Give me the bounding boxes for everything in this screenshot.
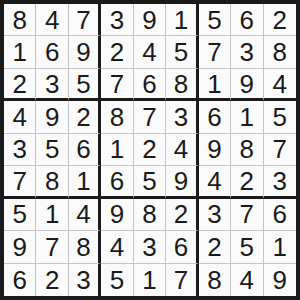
- sudoku-cell-r6c1[interactable]: 7: [4, 166, 36, 198]
- sudoku-cell-r1c6[interactable]: 1: [166, 4, 198, 36]
- sudoku-cell-r3c8[interactable]: 9: [231, 69, 263, 101]
- sudoku-board: 8473915621692457382357681944928736153561…: [0, 0, 300, 300]
- sudoku-cell-r1c9[interactable]: 2: [264, 4, 296, 36]
- sudoku-cell-r8c1[interactable]: 9: [4, 231, 36, 263]
- sudoku-cell-r7c9[interactable]: 6: [264, 199, 296, 231]
- sudoku-cell-r2c6[interactable]: 5: [166, 36, 198, 68]
- sudoku-cell-r9c3[interactable]: 3: [69, 264, 101, 296]
- sudoku-cell-r8c3[interactable]: 8: [69, 231, 101, 263]
- sudoku-cell-r2c4[interactable]: 2: [101, 36, 133, 68]
- sudoku-cell-r3c2[interactable]: 3: [36, 69, 68, 101]
- sudoku-cell-r2c5[interactable]: 4: [134, 36, 166, 68]
- sudoku-cell-r6c3[interactable]: 1: [69, 166, 101, 198]
- sudoku-cell-r9c7[interactable]: 8: [199, 264, 231, 296]
- sudoku-cell-r8c7[interactable]: 2: [199, 231, 231, 263]
- sudoku-cell-r6c5[interactable]: 5: [134, 166, 166, 198]
- sudoku-cell-r7c1[interactable]: 5: [4, 199, 36, 231]
- sudoku-cell-r6c4[interactable]: 6: [101, 166, 133, 198]
- sudoku-cell-r4c3[interactable]: 2: [69, 101, 101, 133]
- sudoku-cell-r6c8[interactable]: 2: [231, 166, 263, 198]
- sudoku-cell-r5c7[interactable]: 9: [199, 134, 231, 166]
- sudoku-cell-r9c2[interactable]: 2: [36, 264, 68, 296]
- sudoku-cell-r2c3[interactable]: 9: [69, 36, 101, 68]
- sudoku-cell-r7c7[interactable]: 3: [199, 199, 231, 231]
- sudoku-cell-r1c3[interactable]: 7: [69, 4, 101, 36]
- sudoku-cell-r5c1[interactable]: 3: [4, 134, 36, 166]
- sudoku-cell-r9c8[interactable]: 4: [231, 264, 263, 296]
- sudoku-cell-r2c1[interactable]: 1: [4, 36, 36, 68]
- sudoku-cell-r1c2[interactable]: 4: [36, 4, 68, 36]
- sudoku-cell-r9c1[interactable]: 6: [4, 264, 36, 296]
- sudoku-cell-r9c5[interactable]: 1: [134, 264, 166, 296]
- sudoku-cell-r7c3[interactable]: 4: [69, 199, 101, 231]
- sudoku-cell-r1c7[interactable]: 5: [199, 4, 231, 36]
- sudoku-cell-r7c2[interactable]: 1: [36, 199, 68, 231]
- sudoku-cell-r1c4[interactable]: 3: [101, 4, 133, 36]
- sudoku-cell-r2c8[interactable]: 3: [231, 36, 263, 68]
- sudoku-cell-r5c2[interactable]: 5: [36, 134, 68, 166]
- sudoku-cell-r8c6[interactable]: 6: [166, 231, 198, 263]
- sudoku-cell-r5c5[interactable]: 2: [134, 134, 166, 166]
- sudoku-cell-r8c9[interactable]: 1: [264, 231, 296, 263]
- sudoku-cell-r8c8[interactable]: 5: [231, 231, 263, 263]
- sudoku-cell-r8c5[interactable]: 3: [134, 231, 166, 263]
- sudoku-cell-r4c7[interactable]: 6: [199, 101, 231, 133]
- sudoku-cell-r6c7[interactable]: 4: [199, 166, 231, 198]
- sudoku-cell-r3c9[interactable]: 4: [264, 69, 296, 101]
- sudoku-cell-r6c9[interactable]: 3: [264, 166, 296, 198]
- sudoku-cell-r5c8[interactable]: 8: [231, 134, 263, 166]
- sudoku-cell-r9c6[interactable]: 7: [166, 264, 198, 296]
- sudoku-cell-r8c2[interactable]: 7: [36, 231, 68, 263]
- sudoku-cell-r4c9[interactable]: 5: [264, 101, 296, 133]
- sudoku-cell-r3c1[interactable]: 2: [4, 69, 36, 101]
- sudoku-cell-r7c4[interactable]: 9: [101, 199, 133, 231]
- sudoku-cell-r9c4[interactable]: 5: [101, 264, 133, 296]
- sudoku-cell-r2c7[interactable]: 7: [199, 36, 231, 68]
- sudoku-cell-r7c8[interactable]: 7: [231, 199, 263, 231]
- sudoku-cell-r4c1[interactable]: 4: [4, 101, 36, 133]
- sudoku-cell-r4c6[interactable]: 3: [166, 101, 198, 133]
- sudoku-cell-r5c4[interactable]: 1: [101, 134, 133, 166]
- sudoku-cell-r1c5[interactable]: 9: [134, 4, 166, 36]
- sudoku-cell-r4c4[interactable]: 8: [101, 101, 133, 133]
- sudoku-cell-r3c3[interactable]: 5: [69, 69, 101, 101]
- sudoku-cell-r2c2[interactable]: 6: [36, 36, 68, 68]
- sudoku-cell-r6c2[interactable]: 8: [36, 166, 68, 198]
- sudoku-cell-r3c7[interactable]: 1: [199, 69, 231, 101]
- sudoku-cell-r4c8[interactable]: 1: [231, 101, 263, 133]
- sudoku-cell-r1c1[interactable]: 8: [4, 4, 36, 36]
- sudoku-cell-r5c3[interactable]: 6: [69, 134, 101, 166]
- sudoku-cell-r3c4[interactable]: 7: [101, 69, 133, 101]
- sudoku-cell-r9c9[interactable]: 9: [264, 264, 296, 296]
- sudoku-cell-r5c9[interactable]: 7: [264, 134, 296, 166]
- sudoku-cell-r7c6[interactable]: 2: [166, 199, 198, 231]
- sudoku-cell-r3c5[interactable]: 6: [134, 69, 166, 101]
- sudoku-cell-r2c9[interactable]: 8: [264, 36, 296, 68]
- sudoku-cell-r4c2[interactable]: 9: [36, 101, 68, 133]
- sudoku-cell-r8c4[interactable]: 4: [101, 231, 133, 263]
- sudoku-cell-r4c5[interactable]: 7: [134, 101, 166, 133]
- sudoku-cell-r3c6[interactable]: 8: [166, 69, 198, 101]
- sudoku-cell-r7c5[interactable]: 8: [134, 199, 166, 231]
- sudoku-cell-r1c8[interactable]: 6: [231, 4, 263, 36]
- sudoku-cell-r6c6[interactable]: 9: [166, 166, 198, 198]
- sudoku-cell-r5c6[interactable]: 4: [166, 134, 198, 166]
